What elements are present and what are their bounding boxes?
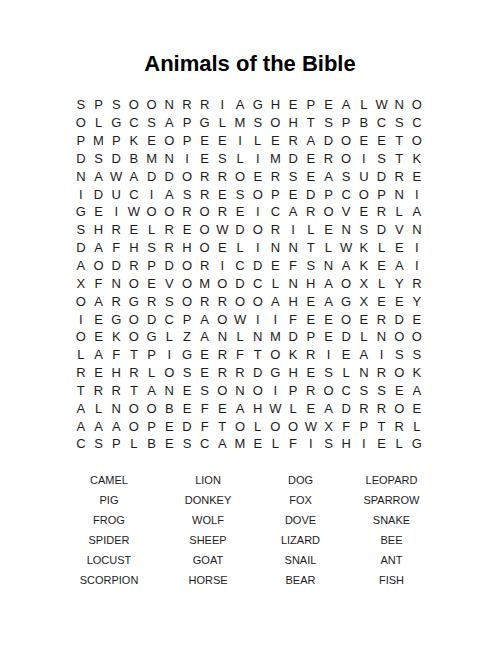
grid-cell-r19c16[interactable]: F <box>337 417 355 435</box>
grid-cell-r20c1[interactable]: C <box>72 435 90 453</box>
grid-cell-r3c8[interactable]: E <box>196 132 214 150</box>
grid-cell-r8c12[interactable]: R <box>267 221 285 239</box>
grid-cell-r2c9[interactable]: L <box>214 114 232 132</box>
grid-cell-r12c18[interactable]: E <box>373 292 391 310</box>
grid-cell-r4c15[interactable]: R <box>320 150 338 168</box>
grid-cell-r2c14[interactable]: T <box>302 114 320 132</box>
grid-cell-r4c3[interactable]: D <box>107 150 125 168</box>
grid-cell-r20c5[interactable]: B <box>143 435 161 453</box>
grid-cell-r15c11[interactable]: T <box>249 346 267 364</box>
grid-cell-r20c14[interactable]: I <box>302 435 320 453</box>
grid-cell-r7c6[interactable]: O <box>160 203 178 221</box>
grid-cell-r5c8[interactable]: R <box>196 167 214 185</box>
grid-cell-r11c16[interactable]: O <box>337 274 355 292</box>
grid-cell-r11c14[interactable]: H <box>302 274 320 292</box>
grid-cell-r17c10[interactable]: N <box>231 382 249 400</box>
grid-cell-r10c20[interactable]: I <box>408 257 426 275</box>
grid-cell-r2c2[interactable]: L <box>90 114 108 132</box>
grid-cell-r13c10[interactable]: W <box>231 310 249 328</box>
grid-cell-r18c19[interactable]: O <box>390 399 408 417</box>
grid-cell-r2c17[interactable]: B <box>355 114 373 132</box>
grid-cell-r20c11[interactable]: E <box>249 435 267 453</box>
grid-cell-r9c17[interactable]: K <box>355 239 373 257</box>
grid-cell-r2c20[interactable]: C <box>408 114 426 132</box>
grid-cell-r14c7[interactable]: Z <box>178 328 196 346</box>
grid-cell-r4c16[interactable]: O <box>337 150 355 168</box>
grid-cell-r1c14[interactable]: P <box>302 96 320 114</box>
grid-cell-r12c12[interactable]: A <box>267 292 285 310</box>
grid-cell-r14c15[interactable]: E <box>320 328 338 346</box>
grid-cell-r20c15[interactable]: S <box>320 435 338 453</box>
grid-cell-r16c15[interactable]: S <box>320 364 338 382</box>
grid-cell-r4c7[interactable]: I <box>178 150 196 168</box>
grid-cell-r6c7[interactable]: S <box>178 185 196 203</box>
grid-cell-r16c16[interactable]: L <box>337 364 355 382</box>
grid-cell-r16c19[interactable]: O <box>390 364 408 382</box>
grid-cell-r18c13[interactable]: L <box>284 399 302 417</box>
grid-cell-r3c20[interactable]: O <box>408 132 426 150</box>
grid-cell-r2c6[interactable]: A <box>160 114 178 132</box>
grid-cell-r4c5[interactable]: M <box>143 150 161 168</box>
grid-cell-r3c5[interactable]: E <box>143 132 161 150</box>
grid-cell-r9c4[interactable]: H <box>125 239 143 257</box>
grid-cell-r3c1[interactable]: P <box>72 132 90 150</box>
grid-cell-r13c19[interactable]: D <box>390 310 408 328</box>
grid-cell-r19c17[interactable]: P <box>355 417 373 435</box>
grid-cell-r14c12[interactable]: M <box>267 328 285 346</box>
grid-cell-r20c10[interactable]: M <box>231 435 249 453</box>
grid-cell-r4c14[interactable]: E <box>302 150 320 168</box>
grid-cell-r5c6[interactable]: D <box>160 167 178 185</box>
grid-cell-r10c2[interactable]: O <box>90 257 108 275</box>
grid-cell-r1c4[interactable]: O <box>125 96 143 114</box>
grid-cell-r17c8[interactable]: S <box>196 382 214 400</box>
grid-cell-r1c12[interactable]: H <box>267 96 285 114</box>
grid-cell-r10c8[interactable]: R <box>196 257 214 275</box>
grid-cell-r11c4[interactable]: O <box>125 274 143 292</box>
grid-cell-r13c4[interactable]: O <box>125 310 143 328</box>
grid-cell-r14c3[interactable]: K <box>107 328 125 346</box>
grid-cell-r6c2[interactable]: D <box>90 185 108 203</box>
grid-cell-r1c10[interactable]: A <box>231 96 249 114</box>
grid-cell-r2c13[interactable]: H <box>284 114 302 132</box>
grid-cell-r1c1[interactable]: S <box>72 96 90 114</box>
grid-cell-r1c9[interactable]: I <box>214 96 232 114</box>
grid-cell-r16c18[interactable]: R <box>373 364 391 382</box>
grid-cell-r7c13[interactable]: A <box>284 203 302 221</box>
grid-cell-r19c15[interactable]: X <box>320 417 338 435</box>
grid-cell-r15c17[interactable]: A <box>355 346 373 364</box>
grid-cell-r19c8[interactable]: F <box>196 417 214 435</box>
grid-cell-r8c4[interactable]: E <box>125 221 143 239</box>
grid-cell-r19c2[interactable]: A <box>90 417 108 435</box>
grid-cell-r10c18[interactable]: E <box>373 257 391 275</box>
grid-cell-r8c14[interactable]: L <box>302 221 320 239</box>
grid-cell-r18c3[interactable]: N <box>107 399 125 417</box>
grid-cell-r20c7[interactable]: S <box>178 435 196 453</box>
grid-cell-r11c3[interactable]: N <box>107 274 125 292</box>
grid-cell-r13c17[interactable]: E <box>355 310 373 328</box>
grid-cell-r5c7[interactable]: O <box>178 167 196 185</box>
grid-cell-r12c4[interactable]: G <box>125 292 143 310</box>
grid-cell-r19c18[interactable]: T <box>373 417 391 435</box>
grid-cell-r5c9[interactable]: R <box>214 167 232 185</box>
grid-cell-r13c13[interactable]: F <box>284 310 302 328</box>
grid-cell-r20c9[interactable]: A <box>214 435 232 453</box>
grid-cell-r13c16[interactable]: O <box>337 310 355 328</box>
grid-cell-r9c11[interactable]: I <box>249 239 267 257</box>
grid-cell-r11c9[interactable]: O <box>214 274 232 292</box>
grid-cell-r10c9[interactable]: I <box>214 257 232 275</box>
grid-cell-r6c15[interactable]: P <box>320 185 338 203</box>
grid-cell-r10c3[interactable]: D <box>107 257 125 275</box>
grid-cell-r7c20[interactable]: A <box>408 203 426 221</box>
grid-cell-r12c1[interactable]: O <box>72 292 90 310</box>
grid-cell-r1c7[interactable]: R <box>178 96 196 114</box>
grid-cell-r11c13[interactable]: N <box>284 274 302 292</box>
grid-cell-r15c5[interactable]: P <box>143 346 161 364</box>
grid-cell-r5c14[interactable]: E <box>302 167 320 185</box>
grid-cell-r19c3[interactable]: A <box>107 417 125 435</box>
grid-cell-r13c6[interactable]: C <box>160 310 178 328</box>
grid-cell-r4c18[interactable]: S <box>373 150 391 168</box>
grid-cell-r16c4[interactable]: R <box>125 364 143 382</box>
grid-cell-r6c9[interactable]: E <box>214 185 232 203</box>
grid-cell-r20c13[interactable]: F <box>284 435 302 453</box>
grid-cell-r7c10[interactable]: E <box>231 203 249 221</box>
grid-cell-r7c9[interactable]: R <box>214 203 232 221</box>
grid-cell-r17c9[interactable]: O <box>214 382 232 400</box>
grid-cell-r14c2[interactable]: E <box>90 328 108 346</box>
grid-cell-r13c18[interactable]: R <box>373 310 391 328</box>
grid-cell-r19c7[interactable]: D <box>178 417 196 435</box>
grid-cell-r13c9[interactable]: O <box>214 310 232 328</box>
grid-cell-r1c6[interactable]: N <box>160 96 178 114</box>
grid-cell-r10c15[interactable]: N <box>320 257 338 275</box>
grid-cell-r17c4[interactable]: T <box>125 382 143 400</box>
grid-cell-r7c3[interactable]: I <box>107 203 125 221</box>
grid-cell-r11c6[interactable]: V <box>160 274 178 292</box>
grid-cell-r7c7[interactable]: R <box>178 203 196 221</box>
grid-cell-r5c3[interactable]: W <box>107 167 125 185</box>
grid-cell-r18c2[interactable]: L <box>90 399 108 417</box>
grid-cell-r10c14[interactable]: S <box>302 257 320 275</box>
grid-cell-r16c6[interactable]: O <box>160 364 178 382</box>
grid-cell-r11c19[interactable]: Y <box>390 274 408 292</box>
grid-cell-r11c15[interactable]: A <box>320 274 338 292</box>
grid-cell-r3c16[interactable]: O <box>337 132 355 150</box>
grid-cell-r3c3[interactable]: P <box>107 132 125 150</box>
grid-cell-r9c3[interactable]: F <box>107 239 125 257</box>
grid-cell-r6c8[interactable]: R <box>196 185 214 203</box>
grid-cell-r15c1[interactable]: L <box>72 346 90 364</box>
grid-cell-r9c13[interactable]: N <box>284 239 302 257</box>
grid-cell-r7c5[interactable]: O <box>143 203 161 221</box>
grid-cell-r1c20[interactable]: O <box>408 96 426 114</box>
grid-cell-r17c11[interactable]: O <box>249 382 267 400</box>
grid-cell-r17c16[interactable]: C <box>337 382 355 400</box>
grid-cell-r18c7[interactable]: E <box>178 399 196 417</box>
grid-cell-r16c17[interactable]: N <box>355 364 373 382</box>
grid-cell-r1c13[interactable]: E <box>284 96 302 114</box>
grid-cell-r4c13[interactable]: D <box>284 150 302 168</box>
grid-cell-r16c1[interactable]: R <box>72 364 90 382</box>
grid-cell-r14c1[interactable]: O <box>72 328 90 346</box>
grid-cell-r15c16[interactable]: E <box>337 346 355 364</box>
grid-cell-r17c5[interactable]: A <box>143 382 161 400</box>
grid-cell-r6c17[interactable]: O <box>355 185 373 203</box>
grid-cell-r6c3[interactable]: U <box>107 185 125 203</box>
grid-cell-r14c8[interactable]: A <box>196 328 214 346</box>
grid-cell-r2c10[interactable]: M <box>231 114 249 132</box>
grid-cell-r17c2[interactable]: R <box>90 382 108 400</box>
grid-cell-r20c4[interactable]: L <box>125 435 143 453</box>
grid-cell-r13c15[interactable]: E <box>320 310 338 328</box>
grid-cell-r3c7[interactable]: P <box>178 132 196 150</box>
grid-cell-r18c10[interactable]: A <box>231 399 249 417</box>
grid-cell-r6c18[interactable]: P <box>373 185 391 203</box>
grid-cell-r3c15[interactable]: D <box>320 132 338 150</box>
grid-cell-r11c20[interactable]: R <box>408 274 426 292</box>
grid-cell-r4c20[interactable]: K <box>408 150 426 168</box>
grid-cell-r18c11[interactable]: H <box>249 399 267 417</box>
grid-cell-r15c2[interactable]: A <box>90 346 108 364</box>
grid-cell-r14c17[interactable]: L <box>355 328 373 346</box>
grid-cell-r20c18[interactable]: E <box>373 435 391 453</box>
grid-cell-r10c4[interactable]: R <box>125 257 143 275</box>
grid-cell-r8c18[interactable]: D <box>373 221 391 239</box>
grid-cell-r4c9[interactable]: S <box>214 150 232 168</box>
grid-cell-r11c1[interactable]: X <box>72 274 90 292</box>
grid-cell-r8c9[interactable]: W <box>214 221 232 239</box>
grid-cell-r12c14[interactable]: E <box>302 292 320 310</box>
grid-cell-r8c1[interactable]: S <box>72 221 90 239</box>
grid-cell-r3c2[interactable]: M <box>90 132 108 150</box>
grid-cell-r4c1[interactable]: D <box>72 150 90 168</box>
grid-cell-r13c1[interactable]: I <box>72 310 90 328</box>
grid-cell-r20c2[interactable]: S <box>90 435 108 453</box>
grid-cell-r4c11[interactable]: I <box>249 150 267 168</box>
grid-cell-r10c6[interactable]: D <box>160 257 178 275</box>
grid-cell-r14c18[interactable]: N <box>373 328 391 346</box>
grid-cell-r20c6[interactable]: E <box>160 435 178 453</box>
grid-cell-r19c19[interactable]: R <box>390 417 408 435</box>
grid-cell-r8c13[interactable]: I <box>284 221 302 239</box>
grid-cell-r8c5[interactable]: L <box>143 221 161 239</box>
grid-cell-r3c6[interactable]: O <box>160 132 178 150</box>
grid-cell-r5c5[interactable]: D <box>143 167 161 185</box>
grid-cell-r5c10[interactable]: O <box>231 167 249 185</box>
grid-cell-r8c16[interactable]: N <box>337 221 355 239</box>
grid-cell-r15c20[interactable]: S <box>408 346 426 364</box>
grid-cell-r9c6[interactable]: R <box>160 239 178 257</box>
grid-cell-r4c10[interactable]: L <box>231 150 249 168</box>
grid-cell-r17c15[interactable]: O <box>320 382 338 400</box>
grid-cell-r16c7[interactable]: S <box>178 364 196 382</box>
grid-cell-r16c20[interactable]: K <box>408 364 426 382</box>
grid-cell-r2c7[interactable]: P <box>178 114 196 132</box>
grid-cell-r14c11[interactable]: N <box>249 328 267 346</box>
grid-cell-r17c20[interactable]: A <box>408 382 426 400</box>
grid-cell-r11c10[interactable]: D <box>231 274 249 292</box>
grid-cell-r12c13[interactable]: H <box>284 292 302 310</box>
grid-cell-r6c19[interactable]: N <box>390 185 408 203</box>
grid-cell-r14c20[interactable]: O <box>408 328 426 346</box>
grid-cell-r7c18[interactable]: R <box>373 203 391 221</box>
grid-cell-r12c19[interactable]: E <box>390 292 408 310</box>
grid-cell-r18c18[interactable]: R <box>373 399 391 417</box>
grid-cell-r6c20[interactable]: I <box>408 185 426 203</box>
grid-cell-r5c18[interactable]: D <box>373 167 391 185</box>
grid-cell-r7c4[interactable]: W <box>125 203 143 221</box>
grid-cell-r17c6[interactable]: N <box>160 382 178 400</box>
grid-cell-r2c18[interactable]: C <box>373 114 391 132</box>
grid-cell-r7c1[interactable]: G <box>72 203 90 221</box>
grid-cell-r5c4[interactable]: A <box>125 167 143 185</box>
grid-cell-r8c20[interactable]: N <box>408 221 426 239</box>
grid-cell-r12c9[interactable]: R <box>214 292 232 310</box>
grid-cell-r17c19[interactable]: E <box>390 382 408 400</box>
grid-cell-r17c12[interactable]: I <box>267 382 285 400</box>
grid-cell-r6c12[interactable]: P <box>267 185 285 203</box>
grid-cell-r18c20[interactable]: E <box>408 399 426 417</box>
grid-cell-r18c12[interactable]: W <box>267 399 285 417</box>
grid-cell-r17c13[interactable]: P <box>284 382 302 400</box>
grid-cell-r12c2[interactable]: A <box>90 292 108 310</box>
grid-cell-r13c7[interactable]: P <box>178 310 196 328</box>
grid-cell-r19c6[interactable]: E <box>160 417 178 435</box>
grid-cell-r15c13[interactable]: K <box>284 346 302 364</box>
grid-cell-r10c5[interactable]: P <box>143 257 161 275</box>
grid-cell-r16c12[interactable]: G <box>267 364 285 382</box>
grid-cell-r9c8[interactable]: O <box>196 239 214 257</box>
grid-cell-r8c7[interactable]: E <box>178 221 196 239</box>
grid-cell-r2c8[interactable]: G <box>196 114 214 132</box>
grid-cell-r9c10[interactable]: L <box>231 239 249 257</box>
grid-cell-r7c19[interactable]: L <box>390 203 408 221</box>
grid-cell-r10c12[interactable]: E <box>267 257 285 275</box>
grid-cell-r3c12[interactable]: E <box>267 132 285 150</box>
grid-cell-r16c9[interactable]: R <box>214 364 232 382</box>
grid-cell-r19c20[interactable]: L <box>408 417 426 435</box>
grid-cell-r12c17[interactable]: X <box>355 292 373 310</box>
grid-cell-r12c3[interactable]: R <box>107 292 125 310</box>
grid-cell-r1c16[interactable]: A <box>337 96 355 114</box>
grid-cell-r9c1[interactable]: D <box>72 239 90 257</box>
grid-cell-r17c1[interactable]: T <box>72 382 90 400</box>
grid-cell-r15c18[interactable]: I <box>373 346 391 364</box>
grid-cell-r6c5[interactable]: I <box>143 185 161 203</box>
grid-cell-r4c17[interactable]: I <box>355 150 373 168</box>
grid-cell-r13c12[interactable]: I <box>267 310 285 328</box>
grid-cell-r9c9[interactable]: E <box>214 239 232 257</box>
grid-cell-r16c14[interactable]: E <box>302 364 320 382</box>
grid-cell-r20c8[interactable]: C <box>196 435 214 453</box>
grid-cell-r17c7[interactable]: E <box>178 382 196 400</box>
grid-cell-r13c20[interactable]: E <box>408 310 426 328</box>
grid-cell-r11c12[interactable]: L <box>267 274 285 292</box>
grid-cell-r14c19[interactable]: O <box>390 328 408 346</box>
grid-cell-r9c2[interactable]: A <box>90 239 108 257</box>
grid-cell-r16c2[interactable]: E <box>90 364 108 382</box>
grid-cell-r11c18[interactable]: L <box>373 274 391 292</box>
grid-cell-r15c14[interactable]: R <box>302 346 320 364</box>
grid-cell-r18c5[interactable]: O <box>143 399 161 417</box>
grid-cell-r14c13[interactable]: D <box>284 328 302 346</box>
grid-cell-r1c18[interactable]: W <box>373 96 391 114</box>
grid-cell-r13c14[interactable]: E <box>302 310 320 328</box>
grid-cell-r10c13[interactable]: F <box>284 257 302 275</box>
grid-cell-r17c3[interactable]: R <box>107 382 125 400</box>
grid-cell-r2c15[interactable]: S <box>320 114 338 132</box>
grid-cell-r8c3[interactable]: R <box>107 221 125 239</box>
grid-cell-r11c7[interactable]: O <box>178 274 196 292</box>
grid-cell-r19c13[interactable]: O <box>284 417 302 435</box>
grid-cell-r9c20[interactable]: I <box>408 239 426 257</box>
grid-cell-r5c20[interactable]: E <box>408 167 426 185</box>
grid-cell-r5c1[interactable]: N <box>72 167 90 185</box>
grid-cell-r3c11[interactable]: L <box>249 132 267 150</box>
grid-cell-r3c4[interactable]: K <box>125 132 143 150</box>
grid-cell-r18c6[interactable]: B <box>160 399 178 417</box>
grid-cell-r3c18[interactable]: E <box>373 132 391 150</box>
grid-cell-r4c19[interactable]: T <box>390 150 408 168</box>
grid-cell-r2c12[interactable]: O <box>267 114 285 132</box>
grid-cell-r9c15[interactable]: L <box>320 239 338 257</box>
grid-cell-r5c12[interactable]: R <box>267 167 285 185</box>
grid-cell-r14c6[interactable]: L <box>160 328 178 346</box>
grid-cell-r1c17[interactable]: L <box>355 96 373 114</box>
grid-cell-r4c12[interactable]: M <box>267 150 285 168</box>
grid-cell-r8c15[interactable]: E <box>320 221 338 239</box>
grid-cell-r15c12[interactable]: O <box>267 346 285 364</box>
grid-cell-r7c8[interactable]: O <box>196 203 214 221</box>
grid-cell-r15c10[interactable]: F <box>231 346 249 364</box>
grid-cell-r12c10[interactable]: O <box>231 292 249 310</box>
grid-cell-r14c9[interactable]: N <box>214 328 232 346</box>
grid-cell-r9c16[interactable]: W <box>337 239 355 257</box>
grid-cell-r13c2[interactable]: E <box>90 310 108 328</box>
grid-cell-r2c3[interactable]: G <box>107 114 125 132</box>
grid-cell-r15c3[interactable]: F <box>107 346 125 364</box>
grid-cell-r13c8[interactable]: A <box>196 310 214 328</box>
grid-cell-r19c12[interactable]: O <box>267 417 285 435</box>
grid-cell-r5c19[interactable]: R <box>390 167 408 185</box>
grid-cell-r5c15[interactable]: A <box>320 167 338 185</box>
grid-cell-r12c20[interactable]: Y <box>408 292 426 310</box>
grid-cell-r11c8[interactable]: M <box>196 274 214 292</box>
grid-cell-r9c5[interactable]: S <box>143 239 161 257</box>
grid-cell-r11c17[interactable]: X <box>355 274 373 292</box>
grid-cell-r2c19[interactable]: S <box>390 114 408 132</box>
grid-cell-r4c8[interactable]: E <box>196 150 214 168</box>
grid-cell-r8c6[interactable]: R <box>160 221 178 239</box>
grid-cell-r10c17[interactable]: K <box>355 257 373 275</box>
grid-cell-r12c7[interactable]: O <box>178 292 196 310</box>
grid-cell-r8c10[interactable]: D <box>231 221 249 239</box>
grid-cell-r7c15[interactable]: O <box>320 203 338 221</box>
grid-cell-r1c5[interactable]: O <box>143 96 161 114</box>
grid-cell-r15c15[interactable]: I <box>320 346 338 364</box>
grid-cell-r18c17[interactable]: R <box>355 399 373 417</box>
grid-cell-r16c3[interactable]: H <box>107 364 125 382</box>
grid-cell-r7c14[interactable]: R <box>302 203 320 221</box>
grid-cell-r17c17[interactable]: S <box>355 382 373 400</box>
grid-cell-r4c6[interactable]: N <box>160 150 178 168</box>
grid-cell-r16c8[interactable]: E <box>196 364 214 382</box>
grid-cell-r8c17[interactable]: S <box>355 221 373 239</box>
grid-cell-r18c16[interactable]: D <box>337 399 355 417</box>
